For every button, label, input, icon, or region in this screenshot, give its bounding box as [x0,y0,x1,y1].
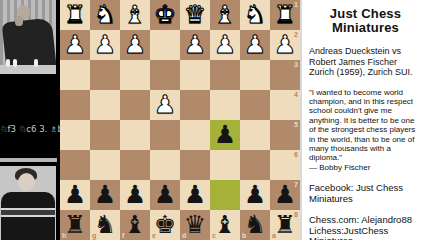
accounts-block: Chess.com: Alejandro88 Lichess:JustChess… [309,215,422,240]
black-pawn-a7: ♟ [274,181,296,209]
black-rook-h8: ♜ [64,211,86,239]
rank-label-2: 2 [294,31,298,38]
info-panel: Just Chess Miniatures Andreas Dueckstein… [300,0,426,240]
black-pawn-g7: ♟ [94,181,116,209]
square-b4[interactable] [240,90,270,120]
square-f5[interactable] [120,120,150,150]
square-c8[interactable]: ♝c [210,210,240,240]
square-a4[interactable]: 4 [270,90,300,120]
white-pawn-e4: ♟ [154,91,176,119]
file-label-e: e [152,232,156,239]
square-b2[interactable]: ♟ [240,30,270,60]
square-e4[interactable]: ♟ [150,90,180,120]
square-f7[interactable]: ♟ [120,180,150,210]
lichess-handle: Lichess:JustChess Miniatures [309,226,422,240]
black-knight-g8: ♞ [94,211,116,239]
rank-label-1: 1 [294,1,298,8]
chesscom-handle: Chess.com: Alejandro88 [309,215,422,226]
square-h2[interactable]: ♟ [60,30,90,60]
file-label-c: c [212,232,216,239]
square-h7[interactable]: ♟ [60,180,90,210]
photo-chesspiece-shape [6,59,10,67]
dueckstein-photo [0,0,56,74]
square-c3[interactable] [210,60,240,90]
square-a8[interactable]: ♜a8 [270,210,300,240]
white-pawn-b2: ♟ [244,31,266,59]
square-h1[interactable]: ♜ [60,0,90,30]
square-g4[interactable] [90,90,120,120]
square-b1[interactable]: ♞ [240,0,270,30]
square-h3[interactable] [60,60,90,90]
square-c4[interactable] [210,90,240,120]
square-e7[interactable]: ♟ [150,180,180,210]
photo-sweater-shape [1,192,55,240]
square-c1[interactable]: ♝ [210,0,240,30]
square-h8[interactable]: ♜h [60,210,90,240]
photo-hand-shape [15,16,23,26]
move-list-overlay: ♘f3 ♘c6 3. ♗b5 [0,121,60,138]
rank-label-4: 4 [294,91,298,98]
game-info: Andreas Dueckstein vs Robert James Fisch… [309,46,422,78]
white-knight-b1: ♞ [244,1,266,29]
square-d2[interactable]: ♟ [180,30,210,60]
black-bishop-c8: ♝ [214,211,236,239]
file-label-a: a [272,232,276,239]
white-pawn-a2: ♟ [274,31,296,59]
black-pawn-d7: ♟ [184,181,206,209]
square-g5[interactable] [90,120,120,150]
rank-label-7: 7 [294,181,298,188]
photo-top-edge [0,158,57,162]
fischer-quote: "I wanted to become world champion, and … [309,88,422,163]
square-f4[interactable] [120,90,150,120]
square-e5[interactable] [150,120,180,150]
square-f1[interactable]: ♝ [120,0,150,30]
square-e1[interactable]: ♚ [150,0,180,30]
square-d6[interactable] [180,150,210,180]
fischer-photo [0,166,56,240]
left-sidebar: ♘f3 ♘c6 3. ♗b5 [0,0,60,240]
channel-title-line1: Just Chess [309,7,422,21]
white-pawn-g2: ♟ [94,31,116,59]
black-pawn-c5: ♟ [214,121,236,149]
square-c2[interactable]: ♟ [210,30,240,60]
white-king-e1: ♚ [154,1,176,29]
white-bishop-f1: ♝ [124,1,146,29]
white-pawn-h2: ♟ [64,31,86,59]
square-c7[interactable] [210,180,240,210]
square-f8[interactable]: ♝f [120,210,150,240]
black-king-e8: ♚ [154,211,176,239]
square-g8[interactable]: ♞g [90,210,120,240]
file-label-d: d [182,232,186,239]
square-e2[interactable] [150,30,180,60]
square-b5[interactable] [240,120,270,150]
black-pawn-h7: ♟ [64,181,86,209]
square-a3[interactable]: 3 [270,60,300,90]
square-d8[interactable]: ♛d [180,210,210,240]
square-e8[interactable]: ♚e [150,210,180,240]
channel-title-line2: Miniatures [309,21,422,35]
square-b7[interactable]: ♟ [240,180,270,210]
file-label-h: h [62,232,66,239]
square-f6[interactable] [120,150,150,180]
square-b3[interactable] [240,60,270,90]
square-f3[interactable] [120,60,150,90]
square-c5[interactable]: ♟ [210,120,240,150]
square-h5[interactable] [60,120,90,150]
rank-label-6: 6 [294,151,298,158]
facebook-handle: Facebook: Just Chess Miniatures [309,183,422,205]
photo-chesspiece-shape [34,59,38,67]
file-label-f: f [122,232,124,239]
square-g1[interactable]: ♞ [90,0,120,30]
quote-attribution: — Bobby Fischer [309,163,422,172]
black-pawn-b7: ♟ [244,181,266,209]
square-b8[interactable]: ♞b [240,210,270,240]
white-pawn-f2: ♟ [124,31,146,59]
black-bishop-f8: ♝ [124,211,146,239]
square-a2[interactable]: ♟2 [270,30,300,60]
square-a6[interactable]: 6 [270,150,300,180]
rank-label-5: 5 [294,121,298,128]
white-rook-a1: ♜ [274,1,296,29]
white-pawn-d2: ♟ [184,31,206,59]
square-c6[interactable] [210,150,240,180]
square-d7[interactable]: ♟ [180,180,210,210]
channel-title: Just Chess Miniatures [309,7,422,35]
square-a5[interactable]: 5 [270,120,300,150]
square-e6[interactable] [150,150,180,180]
rank-label-8: 8 [294,211,298,218]
square-g7[interactable]: ♟ [90,180,120,210]
video-frame: ♘f3 ♘c6 3. ♗b5 ♜♞♝♚♛♝♞♜1♟♟♟♟♟♟♟23♟4♟56♟♟… [0,0,426,240]
file-label-b: b [242,232,246,239]
square-g2[interactable]: ♟ [90,30,120,60]
black-queen-d8: ♛ [184,211,206,239]
rank-label-3: 3 [294,61,298,68]
square-d1[interactable]: ♛ [180,0,210,30]
square-a1[interactable]: ♜1 [270,0,300,30]
white-pawn-c2: ♟ [214,31,236,59]
white-queen-d1: ♛ [184,1,206,29]
photo-chesspiece-shape [13,59,17,67]
square-d4[interactable] [180,90,210,120]
square-b6[interactable] [240,150,270,180]
square-a7[interactable]: ♟7 [270,180,300,210]
white-knight-g1: ♞ [94,1,116,29]
square-d5[interactable] [180,120,210,150]
black-knight-b8: ♞ [244,211,266,239]
white-rook-h1: ♜ [64,1,86,29]
file-label-g: g [92,232,96,239]
square-g6[interactable] [90,150,120,180]
black-pawn-e7: ♟ [154,181,176,209]
square-g3[interactable] [90,60,120,90]
black-rook-a8: ♜ [274,211,296,239]
chess-board: ♜♞♝♚♛♝♞♜1♟♟♟♟♟♟♟23♟4♟56♟♟♟♟♟♟♟7♜h♞g♝f♚e♛… [60,0,300,240]
black-pawn-f7: ♟ [124,181,146,209]
square-h6[interactable] [60,150,90,180]
square-d3[interactable] [180,60,210,90]
photo-face-shape [18,173,35,191]
square-f2[interactable]: ♟ [120,30,150,60]
square-h4[interactable] [60,90,90,120]
white-bishop-c1: ♝ [214,1,236,29]
square-e3[interactable] [150,60,180,90]
